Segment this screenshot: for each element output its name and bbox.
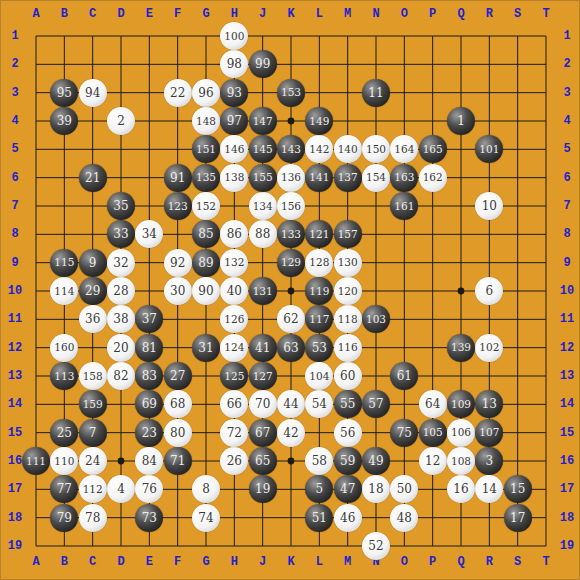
move-number: 155 (253, 172, 273, 183)
move-number: 70 (255, 398, 270, 410)
stone-white-B12: 160 (50, 334, 78, 362)
stone-white-C3: 94 (79, 79, 107, 107)
star-point (288, 118, 295, 125)
move-number: 126 (224, 314, 244, 325)
column-label-top-Q: Q (457, 7, 464, 21)
row-label-right-17: 17 (560, 482, 574, 496)
move-number: 14 (482, 483, 497, 495)
move-number: 6 (486, 285, 494, 297)
stone-white-C18: 78 (79, 504, 107, 532)
row-label-right-4: 4 (563, 114, 570, 128)
move-number: 112 (83, 484, 103, 495)
stone-black-C10: 29 (79, 277, 107, 305)
stone-black-L4: 149 (305, 107, 333, 135)
move-number: 128 (309, 257, 329, 268)
row-label-left-2: 2 (11, 57, 18, 71)
move-number: 158 (83, 371, 103, 382)
stone-white-D9: 32 (107, 249, 135, 277)
move-number: 51 (312, 512, 327, 524)
move-number: 4 (117, 483, 125, 495)
move-number: 33 (113, 228, 128, 240)
move-number: 11 (368, 87, 383, 99)
stone-white-Q17: 16 (447, 475, 475, 503)
stone-black-K3: 153 (277, 79, 305, 107)
move-number: 32 (113, 257, 128, 269)
row-label-left-7: 7 (11, 199, 18, 213)
stone-black-B18: 79 (50, 504, 78, 532)
stone-black-M16: 59 (334, 447, 362, 475)
stone-white-G4: 148 (192, 107, 220, 135)
stone-white-J7: 134 (249, 192, 277, 220)
move-number: 91 (170, 172, 185, 184)
stone-black-J5: 145 (249, 135, 277, 163)
move-number: 75 (397, 427, 412, 439)
row-label-left-13: 13 (8, 369, 22, 383)
stone-black-B3: 95 (50, 79, 78, 107)
row-label-right-19: 19 (560, 539, 574, 553)
move-number: 16 (453, 483, 468, 495)
stone-black-D7: 35 (107, 192, 135, 220)
stone-white-C11: 36 (79, 305, 107, 333)
move-number: 116 (338, 342, 358, 353)
stone-white-K15: 42 (277, 419, 305, 447)
move-number: 106 (451, 427, 471, 438)
move-number: 80 (170, 427, 185, 439)
row-label-right-12: 12 (560, 341, 574, 355)
stone-white-H1: 100 (220, 22, 248, 50)
move-number: 149 (309, 116, 329, 127)
stone-black-F13: 27 (164, 362, 192, 390)
move-number: 15 (510, 483, 525, 495)
move-number: 108 (451, 456, 471, 467)
column-label-bottom-R: R (486, 555, 493, 569)
stone-white-B10: 114 (50, 277, 78, 305)
column-label-top-M: M (344, 7, 351, 21)
stone-white-D13: 82 (107, 362, 135, 390)
row-label-left-14: 14 (8, 397, 22, 411)
stone-white-F3: 22 (164, 79, 192, 107)
move-number: 65 (255, 455, 270, 467)
column-label-top-O: O (401, 7, 408, 21)
move-number: 62 (283, 313, 298, 325)
stone-white-Q16: 108 (447, 447, 475, 475)
stone-white-G17: 8 (192, 475, 220, 503)
move-number: 86 (227, 228, 242, 240)
column-label-bottom-O: O (401, 555, 408, 569)
move-number: 64 (425, 398, 440, 410)
move-number: 24 (85, 455, 100, 467)
stone-white-R12: 102 (475, 334, 503, 362)
stone-black-B9: 115 (50, 249, 78, 277)
row-label-left-4: 4 (11, 114, 18, 128)
stone-white-C16: 24 (79, 447, 107, 475)
move-number: 90 (198, 285, 213, 297)
move-number: 119 (309, 286, 329, 297)
stone-white-H9: 132 (220, 249, 248, 277)
row-label-left-16: 16 (8, 454, 22, 468)
column-label-top-T: T (542, 7, 549, 21)
stone-white-P6: 162 (419, 164, 447, 192)
row-label-right-14: 14 (560, 397, 574, 411)
stone-white-L14: 54 (305, 390, 333, 418)
stone-white-N6: 154 (362, 164, 390, 192)
stone-black-F7: 123 (164, 192, 192, 220)
move-number: 101 (479, 144, 499, 155)
column-label-bottom-P: P (429, 555, 436, 569)
stone-white-M9: 130 (334, 249, 362, 277)
stone-black-E11: 37 (135, 305, 163, 333)
move-number: 134 (253, 201, 273, 212)
row-label-right-16: 16 (560, 454, 574, 468)
move-number: 146 (224, 144, 244, 155)
move-number: 113 (54, 371, 74, 382)
star-point (288, 458, 295, 465)
move-number: 154 (366, 172, 386, 183)
stone-black-R14: 13 (475, 390, 503, 418)
stone-black-N11: 103 (362, 305, 390, 333)
move-number: 73 (142, 512, 157, 524)
stone-black-C14: 159 (79, 390, 107, 418)
column-label-top-G: G (202, 7, 209, 21)
move-number: 69 (142, 398, 157, 410)
stone-white-M11: 118 (334, 305, 362, 333)
stone-white-D12: 20 (107, 334, 135, 362)
move-number: 50 (397, 483, 412, 495)
column-label-top-S: S (514, 7, 521, 21)
move-number: 150 (366, 144, 386, 155)
move-number: 157 (338, 229, 358, 240)
stone-white-C13: 158 (79, 362, 107, 390)
move-number: 27 (170, 370, 185, 382)
stone-black-C15: 7 (79, 419, 107, 447)
stone-white-L9: 128 (305, 249, 333, 277)
column-label-top-N: N (372, 7, 379, 21)
move-number: 81 (142, 342, 157, 354)
move-number: 78 (85, 512, 100, 524)
move-number: 84 (142, 455, 157, 467)
stone-white-N5: 150 (362, 135, 390, 163)
stone-white-R17: 14 (475, 475, 503, 503)
row-label-right-15: 15 (560, 426, 574, 440)
move-number: 138 (224, 172, 244, 183)
stone-black-L10: 119 (305, 277, 333, 305)
column-label-top-B: B (61, 7, 68, 21)
stone-white-H8: 86 (220, 220, 248, 248)
stone-white-F14: 68 (164, 390, 192, 418)
move-number: 85 (198, 228, 213, 240)
row-label-left-6: 6 (11, 171, 18, 185)
stone-black-L12: 53 (305, 334, 333, 362)
move-number: 89 (198, 257, 213, 269)
stone-white-M18: 46 (334, 504, 362, 532)
stone-white-M12: 116 (334, 334, 362, 362)
row-label-left-5: 5 (11, 142, 18, 156)
move-number: 136 (281, 172, 301, 183)
row-label-left-18: 18 (8, 511, 22, 525)
move-number: 40 (227, 285, 242, 297)
row-label-left-12: 12 (8, 341, 22, 355)
move-number: 115 (54, 257, 74, 268)
stone-black-E14: 69 (135, 390, 163, 418)
row-label-right-9: 9 (563, 256, 570, 270)
stone-black-L17: 5 (305, 475, 333, 503)
move-number: 130 (338, 257, 358, 268)
stone-white-D11: 38 (107, 305, 135, 333)
stone-black-L18: 51 (305, 504, 333, 532)
move-number: 82 (113, 370, 128, 382)
move-number: 132 (224, 257, 244, 268)
move-number: 137 (338, 172, 358, 183)
column-label-bottom-L: L (316, 555, 323, 569)
move-number: 77 (57, 483, 72, 495)
move-number: 94 (85, 87, 100, 99)
row-label-left-9: 9 (11, 256, 18, 270)
move-number: 12 (425, 455, 440, 467)
stone-white-C17: 112 (79, 475, 107, 503)
stone-white-N19: 52 (362, 532, 390, 560)
stone-black-G5: 151 (192, 135, 220, 163)
stone-black-J16: 65 (249, 447, 277, 475)
column-label-bottom-J: J (259, 555, 266, 569)
move-number: 42 (283, 427, 298, 439)
stone-black-F6: 91 (164, 164, 192, 192)
stone-black-K8: 133 (277, 220, 305, 248)
move-number: 28 (113, 285, 128, 297)
column-label-bottom-S: S (514, 555, 521, 569)
row-label-right-11: 11 (560, 312, 574, 326)
column-label-top-A: A (32, 7, 39, 21)
move-number: 133 (281, 229, 301, 240)
stone-black-M14: 55 (334, 390, 362, 418)
move-number: 66 (227, 398, 242, 410)
stone-black-E13: 83 (135, 362, 163, 390)
move-number: 143 (281, 144, 301, 155)
move-number: 156 (281, 201, 301, 212)
move-number: 88 (255, 228, 270, 240)
stone-black-B15: 25 (50, 419, 78, 447)
move-number: 60 (340, 370, 355, 382)
stone-black-F16: 71 (164, 447, 192, 475)
move-number: 68 (170, 398, 185, 410)
move-number: 105 (423, 427, 443, 438)
stone-black-Q4: 1 (447, 107, 475, 135)
move-number: 21 (85, 172, 100, 184)
move-number: 97 (227, 115, 242, 127)
column-label-bottom-K: K (287, 555, 294, 569)
stone-white-E8: 34 (135, 220, 163, 248)
stone-white-F15: 80 (164, 419, 192, 447)
column-label-bottom-F: F (174, 555, 181, 569)
stone-black-K9: 129 (277, 249, 305, 277)
column-label-top-C: C (89, 7, 96, 21)
row-label-left-1: 1 (11, 29, 18, 43)
move-number: 104 (309, 371, 329, 382)
stone-black-J6: 155 (249, 164, 277, 192)
stone-white-G3: 96 (192, 79, 220, 107)
stone-white-O17: 50 (390, 475, 418, 503)
stone-black-A16: 111 (22, 447, 50, 475)
move-number: 127 (253, 371, 273, 382)
stone-black-E12: 81 (135, 334, 163, 362)
move-number: 58 (312, 455, 327, 467)
stone-white-R10: 6 (475, 277, 503, 305)
column-label-bottom-H: H (231, 555, 238, 569)
move-number: 23 (142, 427, 157, 439)
stone-black-R16: 3 (475, 447, 503, 475)
move-number: 3 (486, 455, 494, 467)
move-number: 76 (142, 483, 157, 495)
stone-black-G8: 85 (192, 220, 220, 248)
move-number: 20 (113, 342, 128, 354)
stone-white-E16: 84 (135, 447, 163, 475)
stone-white-H14: 66 (220, 390, 248, 418)
row-label-right-2: 2 (563, 57, 570, 71)
stone-black-N14: 57 (362, 390, 390, 418)
stone-black-G6: 135 (192, 164, 220, 192)
move-number: 162 (423, 172, 443, 183)
move-number: 52 (368, 540, 383, 552)
move-number: 153 (281, 87, 301, 98)
move-number: 53 (312, 342, 327, 354)
stone-white-H5: 146 (220, 135, 248, 163)
move-number: 152 (196, 201, 216, 212)
stone-black-C6: 21 (79, 164, 107, 192)
stone-white-F9: 92 (164, 249, 192, 277)
stone-black-C9: 9 (79, 249, 107, 277)
stone-white-L5: 142 (305, 135, 333, 163)
stone-black-H3: 93 (220, 79, 248, 107)
stone-black-M17: 47 (334, 475, 362, 503)
move-number: 34 (142, 228, 157, 240)
column-label-bottom-C: C (89, 555, 96, 569)
move-number: 165 (423, 144, 443, 155)
stone-white-L16: 58 (305, 447, 333, 475)
stone-black-O7: 161 (390, 192, 418, 220)
move-number: 38 (113, 313, 128, 325)
stone-white-J8: 88 (249, 220, 277, 248)
move-number: 9 (89, 257, 97, 269)
move-number: 164 (394, 144, 414, 155)
row-label-right-7: 7 (563, 199, 570, 213)
column-label-top-D: D (117, 7, 124, 21)
stone-black-S17: 15 (504, 475, 532, 503)
row-label-right-18: 18 (560, 511, 574, 525)
stone-black-H4: 97 (220, 107, 248, 135)
move-number: 135 (196, 172, 216, 183)
stone-white-H6: 138 (220, 164, 248, 192)
stone-white-K6: 136 (277, 164, 305, 192)
stone-black-J4: 147 (249, 107, 277, 135)
move-number: 67 (255, 427, 270, 439)
stone-white-M15: 56 (334, 419, 362, 447)
move-number: 1 (457, 115, 465, 127)
row-label-left-17: 17 (8, 482, 22, 496)
stone-white-B16: 110 (50, 447, 78, 475)
move-number: 148 (196, 116, 216, 127)
move-number: 110 (54, 456, 74, 467)
stone-white-D17: 4 (107, 475, 135, 503)
stone-black-K5: 143 (277, 135, 305, 163)
row-label-right-5: 5 (563, 142, 570, 156)
row-label-right-3: 3 (563, 86, 570, 100)
move-number: 95 (57, 87, 72, 99)
move-number: 71 (170, 455, 185, 467)
stone-black-O6: 163 (390, 164, 418, 192)
stone-white-M5: 140 (334, 135, 362, 163)
move-number: 29 (85, 285, 100, 297)
column-label-top-R: R (486, 7, 493, 21)
stone-white-M10: 120 (334, 277, 362, 305)
move-number: 26 (227, 455, 242, 467)
move-number: 30 (170, 285, 185, 297)
move-number: 131 (253, 286, 273, 297)
stone-black-N16: 49 (362, 447, 390, 475)
move-number: 140 (338, 144, 358, 155)
move-number: 18 (368, 483, 383, 495)
stone-black-Q14: 109 (447, 390, 475, 418)
stone-black-G12: 31 (192, 334, 220, 362)
move-number: 103 (366, 314, 386, 325)
move-number: 92 (170, 257, 185, 269)
star-point (118, 458, 125, 465)
move-number: 10 (482, 200, 497, 212)
move-number: 99 (255, 58, 270, 70)
stone-white-P16: 12 (419, 447, 447, 475)
row-label-left-15: 15 (8, 426, 22, 440)
stone-white-H11: 126 (220, 305, 248, 333)
stone-black-J12: 41 (249, 334, 277, 362)
move-number: 120 (338, 286, 358, 297)
move-number: 25 (57, 427, 72, 439)
stone-black-S18: 17 (504, 504, 532, 532)
stone-white-H16: 26 (220, 447, 248, 475)
move-number: 111 (26, 456, 46, 467)
move-number: 2 (117, 115, 125, 127)
row-label-left-8: 8 (11, 227, 18, 241)
stone-black-M6: 137 (334, 164, 362, 192)
stone-black-K12: 63 (277, 334, 305, 362)
move-number: 13 (482, 398, 497, 410)
move-number: 59 (340, 455, 355, 467)
star-point (288, 288, 295, 295)
row-label-left-11: 11 (8, 312, 22, 326)
go-board-diagram: AABBCCDDEEFFGGHHJJKKLLMMNNOOPPQQRRSSTT11… (0, 0, 580, 580)
stone-black-E15: 23 (135, 419, 163, 447)
stone-black-J15: 67 (249, 419, 277, 447)
stone-black-D8: 33 (107, 220, 135, 248)
stone-black-G9: 89 (192, 249, 220, 277)
move-number: 35 (113, 200, 128, 212)
column-label-bottom-A: A (32, 555, 39, 569)
stone-white-P14: 64 (419, 390, 447, 418)
move-number: 37 (142, 313, 157, 325)
move-number: 74 (198, 512, 213, 524)
column-label-bottom-T: T (542, 555, 549, 569)
move-number: 44 (283, 398, 298, 410)
stone-white-J14: 70 (249, 390, 277, 418)
stone-white-Q15: 106 (447, 419, 475, 447)
move-number: 121 (309, 229, 329, 240)
move-number: 31 (198, 342, 213, 354)
move-number: 145 (253, 144, 273, 155)
stone-white-H2: 98 (220, 50, 248, 78)
stone-white-H12: 124 (220, 334, 248, 362)
move-number: 142 (309, 144, 329, 155)
stone-white-L13: 104 (305, 362, 333, 390)
move-number: 46 (340, 512, 355, 524)
stone-white-M13: 60 (334, 362, 362, 390)
stone-black-B4: 39 (50, 107, 78, 135)
